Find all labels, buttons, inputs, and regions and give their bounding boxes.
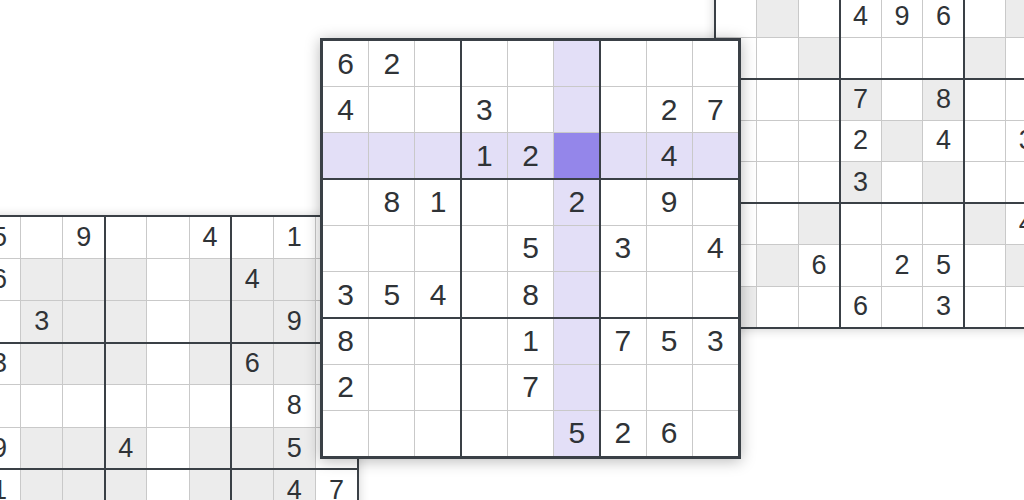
cell-r2c2[interactable] (369, 87, 414, 132)
cell-r4c4[interactable]: 7 (840, 79, 880, 119)
cell-r7c1[interactable]: 1 (0, 470, 20, 500)
cell-r8c6[interactable] (554, 365, 599, 410)
cell-r9c5[interactable] (508, 411, 553, 456)
cell-r8c6[interactable]: 5 (923, 245, 963, 285)
cell-r7c5[interactable]: 1 (508, 318, 553, 363)
cell-r6c3[interactable] (799, 162, 839, 202)
cell-r4c7[interactable]: 6 (232, 343, 273, 384)
cell-r5c7[interactable]: 3 (600, 226, 645, 271)
cell-r4c8[interactable] (274, 343, 315, 384)
cell-r6c4[interactable]: 3 (840, 162, 880, 202)
cell-r8c8[interactable] (647, 365, 692, 410)
cell-r8c7[interactable] (600, 365, 645, 410)
cell-r6c6[interactable] (923, 162, 963, 202)
cell-r5c2[interactable] (757, 121, 797, 161)
cell-r3c4[interactable] (105, 301, 146, 342)
cell-r1c5[interactable] (147, 217, 188, 258)
cell-r4c3[interactable] (63, 343, 104, 384)
cell-r4c5[interactable] (882, 79, 922, 119)
cell-r8c9[interactable] (693, 365, 738, 410)
cell-r7c3[interactable] (799, 204, 839, 244)
cell-r7c7[interactable]: 7 (600, 318, 645, 363)
cell-r2c7[interactable]: 4 (232, 259, 273, 300)
cell-r7c8[interactable]: 5 (647, 318, 692, 363)
cell-r9c6[interactable]: 5 (554, 411, 599, 456)
cell-r7c2[interactable] (21, 470, 62, 500)
cell-r1c3[interactable] (415, 41, 460, 86)
cell-r3c2[interactable] (757, 38, 797, 78)
sudoku-board-right-sudoku-x: 496782433462563 (714, 0, 1024, 329)
cell-r6c3[interactable]: 4 (415, 272, 460, 317)
cell-r8c7[interactable] (965, 245, 1005, 285)
cell-r3c2[interactable] (369, 133, 414, 178)
cell-r9c1[interactable] (323, 411, 368, 456)
cell-r5c3[interactable] (799, 121, 839, 161)
cell-r7c6[interactable] (554, 318, 599, 363)
cell-r4c6[interactable]: 8 (923, 79, 963, 119)
cell-r3c2[interactable]: 3 (21, 301, 62, 342)
sudoku-board-center-active: 624327124812953435488175327526 (320, 38, 741, 459)
cell-r7c3[interactable] (63, 470, 104, 500)
cell-r3c7[interactable] (232, 301, 273, 342)
cell-r6c8[interactable]: 5 (274, 428, 315, 469)
sudoku-board-left-windoku: 59416439368945147 (0, 215, 359, 500)
cell-r3c9[interactable] (693, 133, 738, 178)
cell-r1c4[interactable] (105, 217, 146, 258)
cell-r1c5[interactable] (508, 41, 553, 86)
cell-r3c6[interactable] (923, 38, 963, 78)
cell-r3c6[interactable] (554, 133, 599, 178)
cell-r5c6[interactable] (190, 385, 231, 426)
cell-r5c2[interactable] (21, 385, 62, 426)
cell-r2c5[interactable] (147, 259, 188, 300)
cell-r5c6[interactable] (554, 226, 599, 271)
cell-r7c4[interactable] (462, 318, 507, 363)
cell-r9c9[interactable] (693, 411, 738, 456)
cell-r2c3[interactable] (415, 87, 460, 132)
cell-r3c3[interactable] (415, 133, 460, 178)
cell-r4c3[interactable] (799, 79, 839, 119)
cell-r7c4[interactable] (105, 470, 146, 500)
cell-r9c8[interactable] (1006, 287, 1024, 327)
cell-r6c8[interactable] (1006, 162, 1024, 202)
cell-r6c7[interactable] (600, 272, 645, 317)
cell-r5c4[interactable]: 2 (840, 121, 880, 161)
cell-r6c6[interactable] (190, 428, 231, 469)
cell-r5c8[interactable]: 8 (274, 385, 315, 426)
cell-r9c4[interactable]: 6 (840, 287, 880, 327)
cell-r5c5[interactable] (147, 385, 188, 426)
cell-r2c2[interactable] (757, 0, 797, 37)
cell-r3c3[interactable] (799, 38, 839, 78)
cell-r1c9[interactable] (693, 41, 738, 86)
cell-r1c1[interactable]: 5 (0, 217, 20, 258)
cell-r4c5[interactable] (508, 180, 553, 225)
cell-r3c6[interactable] (190, 301, 231, 342)
cell-r5c6[interactable]: 4 (923, 121, 963, 161)
cell-r8c4[interactable] (840, 245, 880, 285)
cell-r3c4[interactable] (840, 38, 880, 78)
cell-r1c7[interactable] (600, 41, 645, 86)
cell-r2c1[interactable]: 4 (323, 87, 368, 132)
cell-r2c6[interactable] (554, 87, 599, 132)
cell-r3c7[interactable] (965, 38, 1005, 78)
cell-r2c6[interactable]: 6 (923, 0, 963, 37)
cell-r4c5[interactable] (147, 343, 188, 384)
cell-r5c5[interactable]: 5 (508, 226, 553, 271)
cell-r9c3[interactable] (799, 287, 839, 327)
cell-r3c8[interactable] (1006, 38, 1024, 78)
cell-r1c1[interactable]: 6 (323, 41, 368, 86)
cell-r1c3[interactable]: 9 (63, 217, 104, 258)
cell-r1c6[interactable]: 4 (190, 217, 231, 258)
cell-r6c1[interactable]: 3 (323, 272, 368, 317)
cell-r3c3[interactable] (63, 301, 104, 342)
cell-r6c2[interactable]: 5 (369, 272, 414, 317)
cell-r7c1[interactable]: 8 (323, 318, 368, 363)
cell-r4c2[interactable] (757, 79, 797, 119)
cell-r4c4[interactable] (105, 343, 146, 384)
cell-r2c5[interactable]: 9 (882, 0, 922, 37)
cell-r3c8[interactable]: 4 (647, 133, 692, 178)
cell-r2c4[interactable]: 4 (840, 0, 880, 37)
cell-r7c7[interactable] (232, 470, 273, 500)
cell-r9c4[interactable] (462, 411, 507, 456)
cell-r2c8[interactable] (1006, 0, 1024, 37)
cell-r4c9[interactable] (693, 180, 738, 225)
cell-r7c6[interactable] (923, 204, 963, 244)
cell-r3c5[interactable]: 2 (508, 133, 553, 178)
cell-r7c4[interactable] (840, 204, 880, 244)
cell-r3c7[interactable] (600, 133, 645, 178)
cell-r1c8[interactable] (647, 41, 692, 86)
cell-r3c4[interactable]: 1 (462, 133, 507, 178)
cell-r4c8[interactable] (1006, 79, 1024, 119)
cell-r8c4[interactable] (462, 365, 507, 410)
cell-r2c4[interactable] (105, 259, 146, 300)
cell-r6c1[interactable]: 9 (0, 428, 20, 469)
cell-r7c5[interactable] (147, 470, 188, 500)
cell-r7c8[interactable]: 4 (274, 470, 315, 500)
cell-r6c9[interactable] (693, 272, 738, 317)
cell-r4c6[interactable]: 2 (554, 180, 599, 225)
cell-r2c1[interactable] (716, 0, 756, 37)
cell-r9c2[interactable] (757, 287, 797, 327)
cell-r6c2[interactable] (757, 162, 797, 202)
cell-r5c3[interactable] (415, 226, 460, 271)
cell-r2c4[interactable]: 3 (462, 87, 507, 132)
cell-r1c2[interactable] (21, 217, 62, 258)
cell-r5c1[interactable] (0, 385, 20, 426)
cell-r4c6[interactable] (190, 343, 231, 384)
cell-r6c7[interactable] (965, 162, 1005, 202)
cell-r9c6[interactable]: 3 (923, 287, 963, 327)
cell-r3c1[interactable] (0, 301, 20, 342)
cell-r5c4[interactable] (462, 226, 507, 271)
cell-r2c1[interactable]: 6 (0, 259, 20, 300)
cell-r5c1[interactable] (323, 226, 368, 271)
cell-r3c5[interactable] (882, 38, 922, 78)
cell-r4c1[interactable] (323, 180, 368, 225)
cell-r4c3[interactable]: 1 (415, 180, 460, 225)
cell-r4c2[interactable]: 8 (369, 180, 414, 225)
cell-r1c6[interactable] (554, 41, 599, 86)
cell-r8c1[interactable]: 2 (323, 365, 368, 410)
cell-r8c8[interactable] (1006, 245, 1024, 285)
cell-r7c8[interactable]: 4 (1006, 204, 1024, 244)
cell-r6c5[interactable]: 8 (508, 272, 553, 317)
cell-r6c4[interactable] (462, 272, 507, 317)
cell-r2c8[interactable]: 2 (647, 87, 692, 132)
cell-r5c5[interactable] (882, 121, 922, 161)
cell-r5c7[interactable] (965, 121, 1005, 161)
cell-r7c3[interactable] (415, 318, 460, 363)
cell-r7c2[interactable] (757, 204, 797, 244)
cell-r5c9[interactable]: 4 (693, 226, 738, 271)
cell-r5c8[interactable] (647, 226, 692, 271)
cell-r3c8[interactable]: 9 (274, 301, 315, 342)
cell-r4c4[interactable] (462, 180, 507, 225)
cell-r7c9[interactable]: 7 (316, 470, 357, 500)
cell-r2c6[interactable] (190, 259, 231, 300)
cell-r3c5[interactable] (147, 301, 188, 342)
cell-r6c4[interactable]: 4 (105, 428, 146, 469)
cell-r9c7[interactable]: 2 (600, 411, 645, 456)
cell-r6c5[interactable] (882, 162, 922, 202)
cell-r2c7[interactable] (600, 87, 645, 132)
cell-r2c5[interactable] (508, 87, 553, 132)
cell-r7c2[interactable] (369, 318, 414, 363)
cell-r7c7[interactable] (965, 204, 1005, 244)
cell-r8c3[interactable]: 6 (799, 245, 839, 285)
cell-r9c8[interactable]: 6 (647, 411, 692, 456)
cell-r8c2[interactable] (757, 245, 797, 285)
cell-r4c7[interactable] (965, 79, 1005, 119)
cell-r9c2[interactable] (369, 411, 414, 456)
cell-r1c7[interactable] (232, 217, 273, 258)
app-canvas: 59416439368945147 496782433462563 624327… (0, 0, 1024, 500)
cell-r6c5[interactable] (147, 428, 188, 469)
cell-r7c6[interactable] (190, 470, 231, 500)
cell-r8c5[interactable]: 2 (882, 245, 922, 285)
cell-r1c2[interactable]: 2 (369, 41, 414, 86)
cell-r1c8[interactable]: 1 (274, 217, 315, 258)
cell-r5c3[interactable] (63, 385, 104, 426)
cell-r4c7[interactable] (600, 180, 645, 225)
cell-r2c8[interactable] (274, 259, 315, 300)
cell-r5c2[interactable] (369, 226, 414, 271)
cell-r7c9[interactable]: 3 (693, 318, 738, 363)
cell-r6c8[interactable] (647, 272, 692, 317)
cell-r9c3[interactable] (415, 411, 460, 456)
cell-r9c5[interactable] (882, 287, 922, 327)
cell-r4c8[interactable]: 9 (647, 180, 692, 225)
cell-r8c3[interactable] (415, 365, 460, 410)
cell-r6c2[interactable] (21, 428, 62, 469)
cell-r4c1[interactable]: 3 (0, 343, 20, 384)
cell-r6c7[interactable] (232, 428, 273, 469)
cell-r6c6[interactable] (554, 272, 599, 317)
cell-r8c2[interactable] (369, 365, 414, 410)
cell-r9c7[interactable] (965, 287, 1005, 327)
cell-r3c1[interactable] (323, 133, 368, 178)
cell-r5c4[interactable] (105, 385, 146, 426)
cell-r7c5[interactable] (882, 204, 922, 244)
cell-r2c3[interactable] (63, 259, 104, 300)
cell-r8c5[interactable]: 7 (508, 365, 553, 410)
cell-r2c2[interactable] (21, 259, 62, 300)
cell-r6c3[interactable] (63, 428, 104, 469)
cell-r1c4[interactable] (462, 41, 507, 86)
cell-r2c7[interactable] (965, 0, 1005, 37)
cell-r5c8[interactable]: 3 (1006, 121, 1024, 161)
cell-r5c7[interactable] (232, 385, 273, 426)
cell-r4c2[interactable] (21, 343, 62, 384)
cell-r2c9[interactable]: 7 (693, 87, 738, 132)
cell-r2c3[interactable] (799, 0, 839, 37)
